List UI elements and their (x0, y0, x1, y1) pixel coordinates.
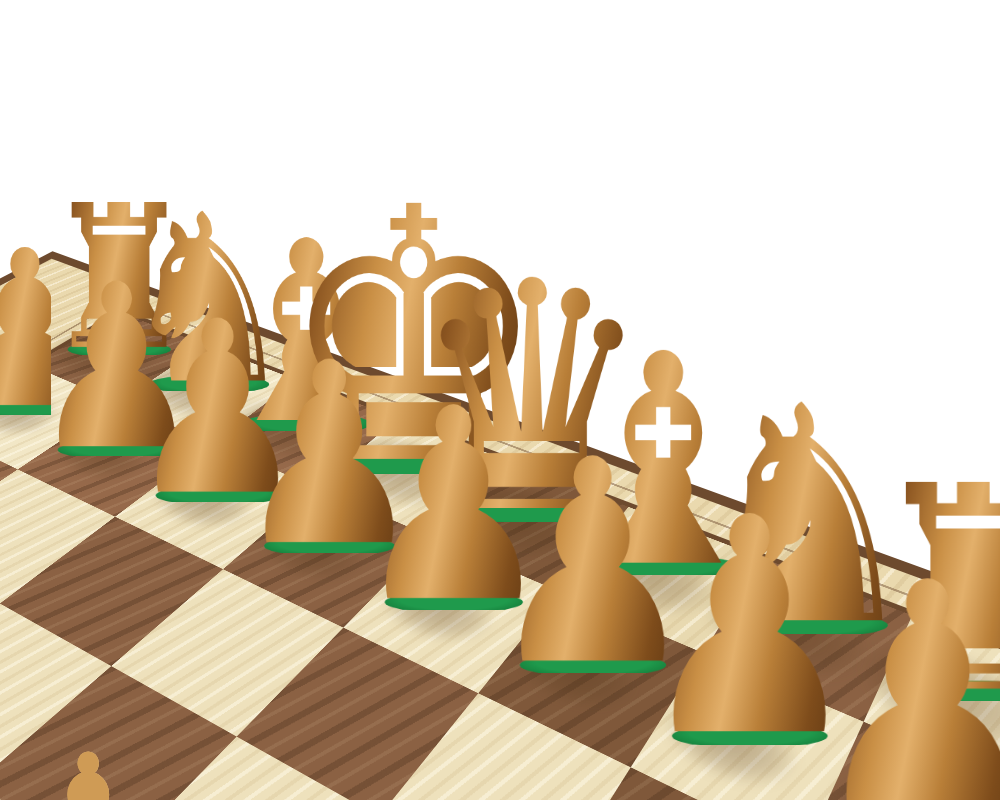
chess-set-photo: ♜♞♝♚♛♝♞♜♟♟♟♟♟♟♟♟ ♟ (0, 0, 1000, 800)
cropped-light-pawn: ♟ (8, 734, 168, 800)
chess-board: ♜♞♝♚♛♝♞♜♟♟♟♟♟♟♟♟ (0, 251, 1000, 800)
pawn-glyph: ♟ (27, 734, 148, 800)
